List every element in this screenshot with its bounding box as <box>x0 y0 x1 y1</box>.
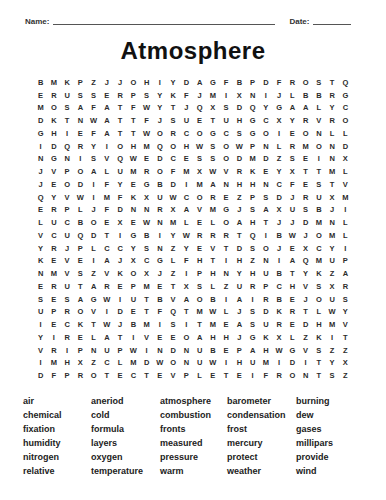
worksheet-page: Name: Date: Atmosphere BMKPZJJOHIYDAGFBP… <box>0 0 386 500</box>
grid-cell: I <box>246 369 259 382</box>
grid-cell: X <box>273 114 286 127</box>
grid-cell: M <box>47 267 60 280</box>
grid-cell: O <box>127 267 140 280</box>
grid-cell: K <box>312 267 325 280</box>
grid-cell: A <box>180 204 193 217</box>
word-list-item: gases <box>296 422 362 436</box>
grid-cell: B <box>299 89 312 102</box>
grid-cell: X <box>74 357 87 370</box>
grid-cell: H <box>312 318 325 331</box>
grid-cell: C <box>127 369 140 382</box>
grid-cell: K <box>61 76 74 89</box>
grid-cell: Z <box>339 369 352 382</box>
grid-cell: T <box>326 178 339 191</box>
grid-cell: S <box>87 153 100 166</box>
grid-cell: A <box>193 76 206 89</box>
grid-cell: E <box>47 255 60 268</box>
grid-cell: I <box>153 229 166 242</box>
word-list-column: aneriodcoldformulalayersoxygentemperatur… <box>91 394 160 478</box>
grid-cell: P <box>246 191 259 204</box>
grid-cell: U <box>61 229 74 242</box>
grid-cell: K <box>127 191 140 204</box>
grid-cell: X <box>326 280 339 293</box>
grid-cell: S <box>206 153 219 166</box>
grid-cell: T <box>114 127 127 140</box>
grid-cell: J <box>286 216 299 229</box>
grid-cell: G <box>246 127 259 140</box>
grid-cell: E <box>114 280 127 293</box>
grid-cell: Y <box>286 114 299 127</box>
grid-cell: R <box>47 204 60 217</box>
grid-cell: Y <box>326 102 339 115</box>
grid-cell: G <box>273 102 286 115</box>
grid-cell: A <box>233 293 246 306</box>
grid-cell: U <box>259 318 272 331</box>
grid-cell: D <box>114 204 127 217</box>
grid-cell: Z <box>233 191 246 204</box>
grid-cell: H <box>127 140 140 153</box>
grid-cell: Z <box>87 267 100 280</box>
grid-cell: T <box>167 102 180 115</box>
grid-cell: E <box>74 127 87 140</box>
grid-cell: J <box>114 318 127 331</box>
word-list-item: weather <box>227 464 296 478</box>
grid-cell: L <box>286 89 299 102</box>
grid-cell: L <box>87 242 100 255</box>
grid-cell: S <box>299 204 312 217</box>
grid-cell: G <box>127 229 140 242</box>
word-list-item: measured <box>160 436 227 450</box>
grid-cell: R <box>273 318 286 331</box>
word-list-item: oxygen <box>91 450 160 464</box>
grid-cell: R <box>61 331 74 344</box>
grid-cell: W <box>206 165 219 178</box>
grid-cell: E <box>193 242 206 255</box>
grid-cell: Z <box>339 344 352 357</box>
grid-cell: U <box>326 293 339 306</box>
grid-cell: M <box>47 357 60 370</box>
grid-cell: V <box>206 242 219 255</box>
grid-cell: H <box>246 267 259 280</box>
grid-cell: R <box>47 344 60 357</box>
grid-cell: D <box>34 114 47 127</box>
grid-cell: F <box>87 102 100 115</box>
grid-cell: W <box>140 102 153 115</box>
grid-cell: E <box>47 178 60 191</box>
grid-cell: J <box>61 242 74 255</box>
grid-cell: Q <box>246 229 259 242</box>
grid-cell: M <box>299 140 312 153</box>
grid-cell: K <box>47 114 60 127</box>
grid-cell: E <box>127 216 140 229</box>
grid-cell: V <box>87 306 100 319</box>
grid-cell: C <box>100 357 113 370</box>
grid-cell: L <box>220 306 233 319</box>
grid-cell: P <box>74 344 87 357</box>
grid-cell: J <box>153 114 166 127</box>
grid-cell: V <box>47 165 60 178</box>
grid-cell: M <box>259 357 272 370</box>
grid-cell: L <box>193 369 206 382</box>
grid-cell: E <box>220 344 233 357</box>
grid-cell: S <box>246 204 259 217</box>
grid-cell: I <box>220 89 233 102</box>
grid-cell: E <box>127 306 140 319</box>
grid-cell: S <box>34 293 47 306</box>
grid-cell: V <box>167 293 180 306</box>
grid-cell: I <box>61 344 74 357</box>
grid-cell: U <box>193 357 206 370</box>
grid-cell: N <box>326 140 339 153</box>
grid-cell: D <box>74 178 87 191</box>
grid-cell: P <box>61 165 74 178</box>
grid-cell: F <box>220 76 233 89</box>
word-list-item: chemical <box>23 408 91 422</box>
grid-cell: F <box>286 178 299 191</box>
grid-cell: N <box>61 153 74 166</box>
grid-cell: B <box>206 344 219 357</box>
grid-cell: M <box>47 76 60 89</box>
grid-cell: U <box>127 293 140 306</box>
worksheet-header: Name: Date: <box>0 0 386 26</box>
grid-cell: D <box>259 306 272 319</box>
grid-cell: C <box>180 127 193 140</box>
grid-cell: U <box>193 344 206 357</box>
grid-cell: I <box>259 89 272 102</box>
grid-cell: E <box>153 280 166 293</box>
grid-cell: I <box>220 293 233 306</box>
grid-cell: T <box>61 114 74 127</box>
grid-cell: O <box>74 165 87 178</box>
grid-cell: J <box>273 216 286 229</box>
grid-cell: A <box>286 255 299 268</box>
grid-cell: M <box>180 165 193 178</box>
grid-cell: O <box>153 165 166 178</box>
grid-cell: F <box>140 114 153 127</box>
grid-cell: A <box>193 331 206 344</box>
grid-cell: I <box>34 357 47 370</box>
grid-cell: N <box>34 267 47 280</box>
grid-cell: G <box>87 293 100 306</box>
grid-cell: T <box>299 165 312 178</box>
grid-cell: I <box>180 267 193 280</box>
grid-cell: H <box>61 357 74 370</box>
word-list-item: temperature <box>91 464 160 478</box>
grid-cell: V <box>299 344 312 357</box>
grid-cell: E <box>206 369 219 382</box>
grid-cell: E <box>286 318 299 331</box>
grid-cell: C <box>312 242 325 255</box>
grid-cell: W <box>286 229 299 242</box>
grid-cell: I <box>259 229 272 242</box>
grid-cell: T <box>114 102 127 115</box>
grid-cell: H <box>246 178 259 191</box>
grid-cell: N <box>299 369 312 382</box>
grid-cell: Q <box>153 140 166 153</box>
grid-cell: E <box>153 369 166 382</box>
grid-cell: C <box>273 280 286 293</box>
grid-cell: Q <box>339 76 352 89</box>
grid-cell: N <box>259 140 272 153</box>
grid-cell: I <box>34 318 47 331</box>
grid-cell: O <box>114 140 127 153</box>
grid-cell: T <box>286 267 299 280</box>
word-list-item: dew <box>296 408 362 422</box>
word-list-item: combustion <box>160 408 227 422</box>
grid-cell: Y <box>114 178 127 191</box>
grid-cell: X <box>180 280 193 293</box>
word-search-grid: BMKPZJJOHIYDAGFBPDFROSTQERUSSERPSYKFJMIX… <box>34 76 352 382</box>
grid-cell: N <box>153 242 166 255</box>
grid-cell: I <box>220 357 233 370</box>
grid-cell: U <box>47 216 60 229</box>
grid-cell: I <box>153 318 166 331</box>
grid-cell: N <box>87 344 100 357</box>
grid-cell: L <box>326 127 339 140</box>
grid-cell: S <box>312 280 325 293</box>
grid-cell: B <box>273 267 286 280</box>
grid-cell: J <box>233 306 246 319</box>
grid-cell: N <box>312 127 325 140</box>
word-list-item: fronts <box>160 422 227 436</box>
grid-cell: W <box>180 229 193 242</box>
grid-cell: Q <box>246 102 259 115</box>
word-list-item: wind <box>296 464 362 478</box>
grid-cell: X <box>233 89 246 102</box>
grid-cell: H <box>286 280 299 293</box>
grid-cell: R <box>100 280 113 293</box>
grid-cell: J <box>299 229 312 242</box>
grid-cell: T <box>312 165 325 178</box>
grid-cell: V <box>167 369 180 382</box>
grid-cell: H <box>259 344 272 357</box>
grid-cell: Y <box>167 229 180 242</box>
grid-cell: J <box>34 165 47 178</box>
grid-cell: O <box>220 216 233 229</box>
grid-cell: O <box>193 127 206 140</box>
grid-cell: U <box>246 357 259 370</box>
grid-cell: M <box>140 280 153 293</box>
grid-cell: Y <box>34 331 47 344</box>
grid-cell: K <box>312 331 325 344</box>
grid-cell: U <box>312 191 325 204</box>
grid-cell: A <box>246 344 259 357</box>
grid-cell: J <box>114 76 127 89</box>
grid-cell: D <box>299 216 312 229</box>
grid-cell: U <box>259 267 272 280</box>
grid-cell: V <box>61 267 74 280</box>
grid-cell: C <box>259 114 272 127</box>
grid-cell: I <box>61 127 74 140</box>
grid-cell: X <box>286 165 299 178</box>
grid-cell: L <box>312 102 325 115</box>
grid-cell: A <box>74 293 87 306</box>
grid-cell: V <box>339 318 352 331</box>
grid-cell: F <box>100 204 113 217</box>
grid-cell: L <box>180 216 193 229</box>
grid-cell: A <box>299 102 312 115</box>
grid-cell: A <box>206 178 219 191</box>
grid-cell: I <box>180 318 193 331</box>
word-list-item: cold <box>91 408 160 422</box>
grid-cell: D <box>286 357 299 370</box>
grid-cell: Y <box>326 242 339 255</box>
grid-cell: U <box>233 280 246 293</box>
word-list-item: nitrogen <box>23 450 91 464</box>
grid-cell: P <box>61 369 74 382</box>
word-list-item: millipars <box>296 436 362 450</box>
word-list-item: relative <box>23 464 91 478</box>
grid-cell: S <box>246 318 259 331</box>
grid-cell: J <box>273 89 286 102</box>
grid-cell: E <box>299 153 312 166</box>
grid-cell: N <box>140 204 153 217</box>
grid-cell: X <box>140 191 153 204</box>
grid-cell: R <box>140 165 153 178</box>
grid-cell: F <box>114 191 127 204</box>
grid-cell: I <box>339 242 352 255</box>
grid-cell: I <box>326 331 339 344</box>
grid-cell: S <box>140 89 153 102</box>
grid-cell: Y <box>233 267 246 280</box>
grid-cell: F <box>100 178 113 191</box>
grid-cell: U <box>61 280 74 293</box>
grid-cell: I <box>339 204 352 217</box>
grid-cell: J <box>273 242 286 255</box>
grid-cell: X <box>140 267 153 280</box>
grid-cell: R <box>246 280 259 293</box>
grid-cell: R <box>299 114 312 127</box>
grid-cell: M <box>206 89 219 102</box>
grid-cell: O <box>220 153 233 166</box>
grid-cell: O <box>153 127 166 140</box>
grid-cell: I <box>312 153 325 166</box>
grid-cell: T <box>299 306 312 319</box>
grid-cell: G <box>34 127 47 140</box>
grid-cell: R <box>286 140 299 153</box>
grid-cell: E <box>114 369 127 382</box>
grid-cell: D <box>114 306 127 319</box>
grid-cell: P <box>339 255 352 268</box>
grid-cell: B <box>153 293 166 306</box>
grid-cell: O <box>193 293 206 306</box>
grid-cell: F <box>180 89 193 102</box>
grid-cell: Z <box>87 357 100 370</box>
grid-cell: A <box>100 114 113 127</box>
grid-cell: T <box>100 229 113 242</box>
grid-cell: G <box>206 76 219 89</box>
grid-cell: M <box>326 165 339 178</box>
grid-cell: L <box>339 165 352 178</box>
grid-cell: Q <box>193 102 206 115</box>
grid-cell: T <box>140 293 153 306</box>
grid-cell: N <box>153 216 166 229</box>
grid-cell: L <box>339 229 352 242</box>
grid-cell: P <box>233 344 246 357</box>
grid-cell: A <box>180 293 193 306</box>
grid-cell: J <box>299 293 312 306</box>
word-list-item: formula <box>91 422 160 436</box>
grid-cell: J <box>153 267 166 280</box>
grid-cell: O <box>299 127 312 140</box>
grid-cell: A <box>87 165 100 178</box>
grid-cell: F <box>180 255 193 268</box>
grid-cell: E <box>193 114 206 127</box>
grid-cell: Q <box>299 255 312 268</box>
grid-cell: Q <box>34 191 47 204</box>
grid-cell: R <box>47 280 60 293</box>
grid-cell: C <box>47 229 60 242</box>
word-list-column: airchemicalfixationhumiditynitrogenrelat… <box>23 394 91 478</box>
grid-cell: R <box>193 229 206 242</box>
grid-cell: H <box>193 255 206 268</box>
date-blank-line <box>313 15 351 25</box>
grid-cell: X <box>339 153 352 166</box>
grid-cell: L <box>273 140 286 153</box>
grid-cell: S <box>246 242 259 255</box>
grid-cell: S <box>259 191 272 204</box>
grid-cell: V <box>140 331 153 344</box>
grid-cell: E <box>140 153 153 166</box>
grid-cell: F <box>87 127 100 140</box>
grid-cell: Y <box>87 140 100 153</box>
grid-cell: U <box>180 114 193 127</box>
grid-cell: U <box>220 114 233 127</box>
grid-cell: W <box>74 191 87 204</box>
grid-cell: I <box>273 255 286 268</box>
grid-cell: P <box>127 280 140 293</box>
grid-cell: S <box>233 127 246 140</box>
grid-cell: V <box>61 191 74 204</box>
grid-cell: N <box>220 267 233 280</box>
grid-cell: R <box>206 229 219 242</box>
grid-cell: O <box>167 357 180 370</box>
grid-cell: T <box>100 369 113 382</box>
grid-cell: G <box>339 89 352 102</box>
grid-cell: R <box>259 293 272 306</box>
grid-cell: X <box>127 255 140 268</box>
grid-cell: T <box>87 318 100 331</box>
grid-cell: C <box>167 153 180 166</box>
grid-cell: A <box>233 216 246 229</box>
grid-cell: B <box>233 76 246 89</box>
grid-cell: H <box>233 255 246 268</box>
grid-cell: E <box>220 191 233 204</box>
grid-cell: W <box>127 344 140 357</box>
grid-cell: S <box>140 242 153 255</box>
grid-cell: V <box>61 255 74 268</box>
grid-cell: M <box>206 204 219 217</box>
grid-cell: S <box>193 280 206 293</box>
grid-cell: I <box>140 344 153 357</box>
grid-cell: C <box>61 318 74 331</box>
grid-cell: X <box>273 204 286 217</box>
grid-cell: I <box>180 178 193 191</box>
grid-cell: E <box>193 216 206 229</box>
word-list-item: air <box>23 394 91 408</box>
grid-cell: D <box>167 178 180 191</box>
grid-cell: G <box>206 127 219 140</box>
grid-cell: K <box>246 165 259 178</box>
grid-cell: R <box>74 369 87 382</box>
grid-cell: J <box>180 102 193 115</box>
grid-cell: P <box>47 306 60 319</box>
grid-cell: D <box>140 357 153 370</box>
grid-cell: H <box>233 114 246 127</box>
grid-cell: U <box>326 255 339 268</box>
grid-cell: F <box>167 165 180 178</box>
grid-cell: N <box>326 216 339 229</box>
